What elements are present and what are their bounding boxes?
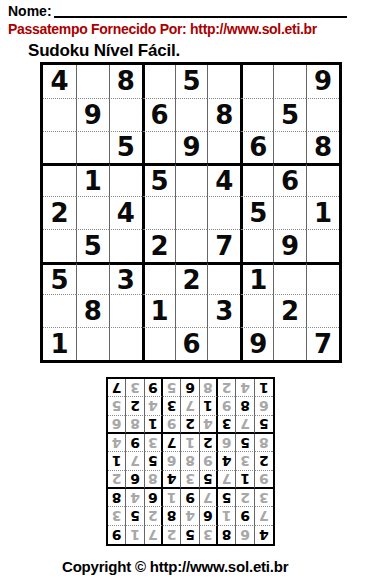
- puzzle-cell: 9: [306, 65, 339, 98]
- solution-cell: 8: [218, 526, 236, 544]
- puzzle-cell: [76, 262, 109, 295]
- puzzle-cell: 7: [207, 229, 240, 262]
- solution-cell: 9: [255, 471, 273, 489]
- puzzle-cell: [240, 65, 273, 98]
- name-row: Nome:: [8, 3, 347, 19]
- puzzle-cell: [76, 327, 109, 360]
- solution-cell: 9: [218, 397, 236, 415]
- puzzle-cell: 6: [240, 131, 273, 164]
- solution-cell: 6: [218, 434, 236, 452]
- puzzle-cell: [240, 294, 273, 327]
- solution-cell: 7: [255, 507, 273, 525]
- puzzle-cell: 9: [175, 131, 208, 164]
- solution-cell: 2: [108, 471, 126, 489]
- puzzle-cell: [43, 163, 76, 196]
- solution-cell: 8: [236, 397, 254, 415]
- puzzle-cell: [142, 196, 175, 229]
- solution-cell: 7: [181, 397, 199, 415]
- puzzle-cell: 5: [240, 196, 273, 229]
- solution-cell: 5: [255, 416, 273, 434]
- puzzle-cell: [306, 294, 339, 327]
- solution-cell: 1: [218, 507, 236, 525]
- puzzle-cell: [273, 196, 306, 229]
- puzzle-cell: 4: [207, 163, 240, 196]
- solution-cell: 3: [163, 397, 181, 415]
- puzzle-cell: [142, 131, 175, 164]
- solution-cell: 7: [163, 434, 181, 452]
- puzzle-cell: 4: [109, 196, 142, 229]
- puzzle-cell: 2: [142, 229, 175, 262]
- puzzle-cell: [207, 327, 240, 360]
- solution-cell: 5: [236, 434, 254, 452]
- puzzle-cell: 1: [43, 327, 76, 360]
- solution-cell: 1: [181, 434, 199, 452]
- solution-cell: 5: [200, 471, 218, 489]
- solution-cell: 9: [163, 416, 181, 434]
- solution-cell: 7: [200, 489, 218, 507]
- solution-cell: 8: [181, 452, 199, 470]
- puzzle-cell: [76, 196, 109, 229]
- solution-cell: 4: [126, 489, 144, 507]
- puzzle-cell: [306, 98, 339, 131]
- puzzle-cell: [207, 131, 240, 164]
- solution-cell: 5: [126, 507, 144, 525]
- solution-cell: 3: [126, 379, 144, 397]
- solution-cell: 6: [255, 397, 273, 415]
- puzzle-cell: [76, 131, 109, 164]
- solution-cell: 5: [145, 452, 163, 470]
- puzzle-cell: 2: [43, 196, 76, 229]
- solution-cell: 2: [200, 434, 218, 452]
- solution-cell: 2: [163, 526, 181, 544]
- puzzle-cell: [273, 262, 306, 295]
- solution-cell: 8: [255, 434, 273, 452]
- solution-cell: 6: [200, 507, 218, 525]
- puzzle-cell: 8: [76, 294, 109, 327]
- puzzle-cell: [175, 163, 208, 196]
- puzzle-cell: [142, 65, 175, 98]
- solution-cell: 5: [108, 397, 126, 415]
- solution-cell: 9: [200, 452, 218, 470]
- solution-cell: 8: [200, 379, 218, 397]
- puzzle-cell: [43, 131, 76, 164]
- puzzle-cell: 8: [109, 65, 142, 98]
- puzzle-grid: 485996855968154624515279532181321697: [40, 62, 342, 363]
- solution-cell: 3: [108, 507, 126, 525]
- puzzle-cell: 5: [76, 229, 109, 262]
- puzzle-cell: [76, 65, 109, 98]
- puzzle-cell: [273, 131, 306, 164]
- solution-cell: 6: [236, 526, 254, 544]
- puzzle-cell: 9: [76, 98, 109, 131]
- provided-by: Passatempo Fornecido Por: http://www.sol…: [8, 21, 317, 37]
- puzzle-cell: 1: [142, 294, 175, 327]
- solution-cell: 4: [218, 452, 236, 470]
- solution-cell: 4: [255, 526, 273, 544]
- puzzle-cell: 2: [273, 294, 306, 327]
- solution-cell: 8: [145, 471, 163, 489]
- solution-cell: 2: [145, 507, 163, 525]
- puzzle-cell: [306, 229, 339, 262]
- solution-cell: 2: [255, 452, 273, 470]
- puzzle-cell: 8: [306, 131, 339, 164]
- copyright-text: Copyright © http://www.sol.eti.br: [62, 558, 288, 575]
- solution-cell: 1: [145, 416, 163, 434]
- solution-cell: 1: [163, 489, 181, 507]
- solution-cell: 6: [108, 416, 126, 434]
- puzzle-cell: 6: [175, 327, 208, 360]
- puzzle-cell: [142, 327, 175, 360]
- puzzle-cell: [109, 163, 142, 196]
- solution-cell: 2: [126, 397, 144, 415]
- puzzle-cell: 5: [142, 163, 175, 196]
- solution-cell: 7: [236, 416, 254, 434]
- solution-cell: 3: [181, 471, 199, 489]
- puzzle-cell: 6: [142, 98, 175, 131]
- solution-cell: 4: [236, 379, 254, 397]
- solution-cell: 8: [163, 507, 181, 525]
- solution-cell: 4: [108, 434, 126, 452]
- solution-cell: 3: [255, 489, 273, 507]
- solution-cell: 6: [181, 379, 199, 397]
- puzzle-cell: [109, 294, 142, 327]
- puzzle-cell: [142, 262, 175, 295]
- puzzle-cell: 8: [207, 98, 240, 131]
- solution-cell: 9: [108, 526, 126, 544]
- solution-cell: 7: [126, 452, 144, 470]
- solution-cell: 2: [181, 416, 199, 434]
- solution-cell: 7: [145, 526, 163, 544]
- puzzle-cell: [43, 294, 76, 327]
- solution-cell: 5: [181, 526, 199, 544]
- puzzle-cell: [273, 327, 306, 360]
- puzzle-cell: [240, 229, 273, 262]
- solution-cell: 3: [145, 434, 163, 452]
- solution-cell: 4: [181, 507, 199, 525]
- solution-cell: 4: [145, 397, 163, 415]
- puzzle-cell: [175, 294, 208, 327]
- solution-cell: 7: [108, 379, 126, 397]
- solution-cell: 4: [163, 471, 181, 489]
- puzzle-cell: [175, 98, 208, 131]
- name-label: Nome:: [8, 3, 52, 19]
- puzzle-cell: 1: [240, 262, 273, 295]
- solution-cell: 5: [163, 379, 181, 397]
- solution-cell: 4: [200, 416, 218, 434]
- solution-cell: 1: [126, 526, 144, 544]
- puzzle-cell: [109, 327, 142, 360]
- puzzle-cell: 3: [207, 294, 240, 327]
- solution-cell: 6: [126, 471, 144, 489]
- puzzle-cell: 5: [273, 98, 306, 131]
- solution-cell: 7: [218, 471, 236, 489]
- puzzle-cell: [175, 229, 208, 262]
- puzzle-cell: 2: [175, 262, 208, 295]
- solution-cell: 9: [181, 489, 199, 507]
- puzzle-cell: [109, 98, 142, 131]
- solution-cell: 9: [126, 434, 144, 452]
- solution-cell: 1: [255, 379, 273, 397]
- solution-cell: 9: [236, 507, 254, 525]
- puzzle-cell: [306, 163, 339, 196]
- puzzle-cell: [43, 98, 76, 131]
- puzzle-cell: [175, 196, 208, 229]
- solution-cell: 9: [145, 379, 163, 397]
- solution-cell: 5: [218, 489, 236, 507]
- puzzle-cell: 4: [43, 65, 76, 98]
- puzzle-cell: 5: [175, 65, 208, 98]
- puzzle-cell: 1: [306, 196, 339, 229]
- puzzle-cell: 7: [306, 327, 339, 360]
- puzzle-cell: 9: [240, 327, 273, 360]
- puzzle-cell: [207, 262, 240, 295]
- solution-cell: 8: [108, 489, 126, 507]
- puzzle-cell: [207, 65, 240, 98]
- solution-cell: 1: [200, 397, 218, 415]
- puzzle-cell: [240, 163, 273, 196]
- puzzle-cell: [109, 229, 142, 262]
- puzzle-cell: [43, 229, 76, 262]
- puzzle-cell: 5: [109, 131, 142, 164]
- puzzle-cell: [306, 262, 339, 295]
- solution-cell: 3: [218, 416, 236, 434]
- puzzle-cell: [207, 196, 240, 229]
- solution-cell: 6: [145, 489, 163, 507]
- puzzle-cell: 5: [43, 262, 76, 295]
- puzzle-cell: 9: [273, 229, 306, 262]
- solution-cell: 3: [200, 526, 218, 544]
- worksheet-page: Nome: Passatempo Fornecido Por: http://w…: [0, 0, 380, 585]
- puzzle-cell: 1: [76, 163, 109, 196]
- puzzle-cell: [240, 98, 273, 131]
- puzzle-cell: 3: [109, 262, 142, 295]
- name-blank-line: [54, 16, 347, 18]
- page-title: Sudoku Nível Fácil.: [28, 41, 180, 61]
- solution-cell: 3: [236, 452, 254, 470]
- solution-cell: 8: [126, 416, 144, 434]
- solution-cell: 2: [218, 379, 236, 397]
- solution-cell: 6: [163, 452, 181, 470]
- solution-cell: 1: [236, 471, 254, 489]
- solution-cell: 1: [108, 452, 126, 470]
- solution-grid: 4683527197916482533257916489175348622349…: [106, 377, 275, 546]
- solution-cell: 2: [236, 489, 254, 507]
- puzzle-cell: 6: [273, 163, 306, 196]
- puzzle-cell: [273, 65, 306, 98]
